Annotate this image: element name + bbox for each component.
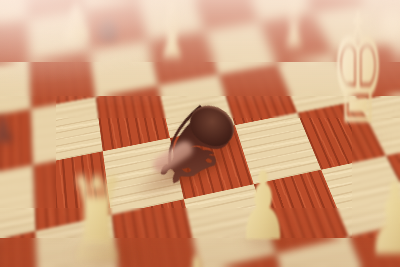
white-pawn-front: ♟	[237, 159, 288, 254]
white-pawn-right-edge: ♟	[366, 170, 400, 267]
white-pawn-top-left: ♟	[59, 0, 93, 48]
white-bishop-mid: ♝	[153, 0, 191, 69]
pieces-layer: ♞♚♟♟♝♝♟♜♟♟♟	[0, 0, 400, 267]
black-pawn-top: ♟	[96, 15, 120, 45]
black-pawn-left-edge: ♟	[0, 112, 17, 148]
white-bishop-right: ♝	[278, 0, 311, 57]
white-rook-foreground: ♜	[65, 163, 129, 267]
white-pawn-bottom-edge: ♟	[170, 246, 223, 267]
chessboard-photo: ♞♚♟♟♝♝♟♜♟♟♟	[0, 0, 400, 267]
white-king: ♚	[331, 0, 385, 145]
